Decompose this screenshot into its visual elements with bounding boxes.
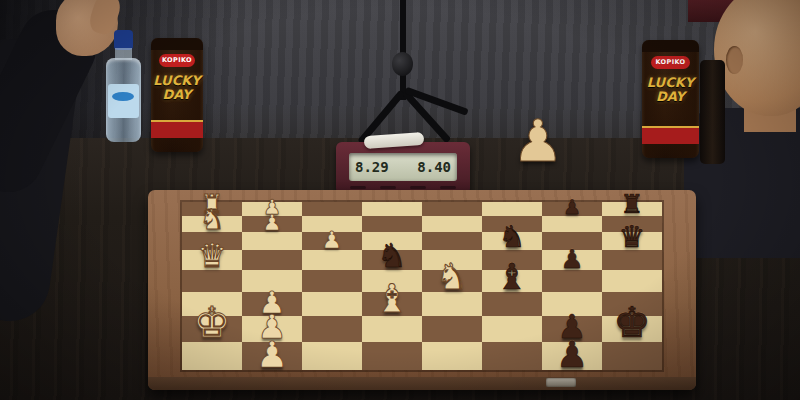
piece-black-queen-c8[interactable]: ♛	[619, 223, 646, 251]
square-g6[interactable]	[482, 316, 542, 342]
kopiko-brand-label: KOPIKO	[159, 54, 195, 67]
piece-black-king-g8[interactable]: ♚	[613, 304, 651, 343]
square-e6[interactable]: ♝	[482, 270, 542, 292]
square-d1[interactable]: ♛	[182, 250, 242, 270]
square-d4[interactable]: ♞	[362, 250, 422, 270]
clock-left-time: 8.29	[355, 159, 389, 175]
square-g8[interactable]: ♚	[602, 316, 662, 342]
kopiko-jar-right: KOPIKO LUCKY DAY	[642, 40, 699, 158]
square-a6[interactable]	[482, 202, 542, 216]
bottle-cap	[114, 30, 133, 50]
square-c6[interactable]: ♞	[482, 232, 542, 250]
piece-black-rook-a8[interactable]: ♜	[620, 193, 643, 217]
board-front-edge	[148, 377, 696, 390]
square-a8[interactable]: ♜	[602, 202, 662, 216]
square-c5[interactable]	[422, 232, 482, 250]
square-b5[interactable]	[422, 216, 482, 232]
square-h4[interactable]	[362, 342, 422, 370]
square-a3[interactable]	[302, 202, 362, 216]
square-h2[interactable]: ♟	[242, 342, 302, 370]
square-g5[interactable]	[422, 316, 482, 342]
piece-white-king-g1[interactable]: ♚	[193, 304, 231, 343]
square-e5[interactable]: ♞	[422, 270, 482, 292]
piece-black-knight-c6[interactable]: ♞	[499, 223, 526, 251]
scene: KOPIKO LUCKY DAY KOPIKO LUCKY DAY ♟ 8.29…	[0, 0, 800, 400]
piece-black-pawn-h7[interactable]: ♟	[556, 338, 588, 371]
piece-white-knight-b1[interactable]: ♞	[199, 207, 224, 233]
bottle-label	[108, 84, 139, 118]
piece-black-pawn-d7[interactable]: ♟	[560, 247, 583, 271]
square-d7[interactable]: ♟	[542, 250, 602, 270]
square-b1[interactable]: ♞	[182, 216, 242, 232]
square-a5[interactable]	[422, 202, 482, 216]
square-b4[interactable]	[362, 216, 422, 232]
square-e3[interactable]	[302, 270, 362, 292]
square-e8[interactable]	[602, 270, 662, 292]
square-h7[interactable]: ♟	[542, 342, 602, 370]
square-d2[interactable]	[242, 250, 302, 270]
chess-clock: 8.29 8.40	[336, 142, 470, 194]
dark-tumbler	[700, 60, 725, 164]
lucky-day-label: LUCKY DAY	[642, 76, 699, 104]
square-a7[interactable]: ♟	[542, 202, 602, 216]
kopiko-jar-left: KOPIKO LUCKY DAY	[151, 38, 203, 152]
jar-lid	[151, 38, 203, 50]
clock-right-time: 8.40	[417, 159, 451, 175]
piece-white-bishop-f4[interactable]: ♝	[375, 281, 410, 317]
square-c3[interactable]: ♟	[302, 232, 362, 250]
square-h5[interactable]	[422, 342, 482, 370]
piece-black-knight-d4[interactable]: ♞	[377, 241, 407, 271]
piece-white-queen-d1[interactable]: ♛	[197, 241, 227, 271]
square-g1[interactable]: ♚	[182, 316, 242, 342]
piece-black-bishop-e6[interactable]: ♝	[496, 260, 528, 293]
square-f3[interactable]	[302, 292, 362, 316]
square-h6[interactable]	[482, 342, 542, 370]
jar-lid	[642, 40, 699, 52]
lucky-day-label: LUCKY DAY	[151, 74, 203, 102]
square-b2[interactable]: ♟	[242, 216, 302, 232]
jar-red-band	[151, 122, 203, 138]
square-h3[interactable]	[302, 342, 362, 370]
clock-display: 8.29 8.40	[349, 153, 457, 181]
board-hinge-clasp	[546, 378, 576, 387]
square-a4[interactable]	[362, 202, 422, 216]
square-g3[interactable]	[302, 316, 362, 342]
chess-board: ♜♟♟♜♞♟♟♞♛♛♞♟♞♝♟♝♚♟♟♚♟♟	[148, 190, 696, 390]
piece-white-pawn-c3[interactable]: ♟	[322, 229, 343, 251]
board-squares: ♜♟♟♜♞♟♟♞♛♛♞♟♞♝♟♝♚♟♟♚♟♟	[182, 202, 662, 370]
microphone-stand-pole	[400, 0, 406, 100]
bottle-label-swoosh-icon	[112, 92, 134, 101]
square-f4[interactable]: ♝	[362, 292, 422, 316]
kopiko-brand-label: KOPIKO	[651, 56, 691, 69]
water-bottle	[106, 30, 142, 142]
piece-white-pawn-h2[interactable]: ♟	[256, 338, 288, 371]
right-player-ear	[726, 46, 743, 74]
piece-white-knight-e5[interactable]: ♞	[436, 260, 468, 293]
captured-white-pawn: ♟	[512, 112, 564, 170]
microphone-icon	[392, 52, 413, 76]
square-c8[interactable]: ♛	[602, 232, 662, 250]
jar-red-band	[642, 128, 699, 144]
piece-white-pawn-b2[interactable]: ♟	[262, 213, 282, 233]
piece-black-pawn-a7[interactable]: ♟	[563, 198, 581, 217]
